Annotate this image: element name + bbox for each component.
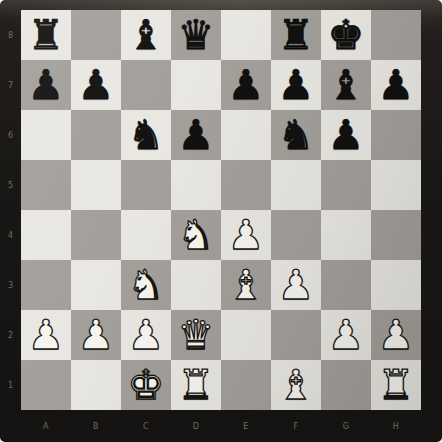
square-c6[interactable]: ♞ bbox=[121, 110, 171, 160]
square-e8[interactable] bbox=[221, 10, 271, 60]
square-a2[interactable]: ♟ bbox=[21, 310, 71, 360]
square-c4[interactable] bbox=[121, 210, 171, 260]
rank-label-4: 4 bbox=[0, 210, 21, 260]
black-rook: ♜ bbox=[21, 10, 71, 60]
black-bishop: ♝ bbox=[321, 60, 371, 110]
black-pawn: ♟ bbox=[271, 60, 321, 110]
file-label-d: D bbox=[171, 410, 221, 442]
square-f8[interactable]: ♜ bbox=[271, 10, 321, 60]
square-g5[interactable] bbox=[321, 160, 371, 210]
white-pawn: ♟ bbox=[21, 310, 71, 360]
rank-label-8: 8 bbox=[0, 10, 21, 60]
white-rook: ♜ bbox=[371, 360, 421, 410]
square-d3[interactable] bbox=[171, 260, 221, 310]
square-g8[interactable]: ♚ bbox=[321, 10, 371, 60]
square-e1[interactable] bbox=[221, 360, 271, 410]
square-e6[interactable] bbox=[221, 110, 271, 160]
square-d7[interactable] bbox=[171, 60, 221, 110]
black-knight: ♞ bbox=[271, 110, 321, 160]
file-label-h: H bbox=[371, 410, 421, 442]
square-a3[interactable] bbox=[21, 260, 71, 310]
square-g3[interactable] bbox=[321, 260, 371, 310]
square-e5[interactable] bbox=[221, 160, 271, 210]
chess-board: ♜♝♛♜♚♟♟♟♟♝♟♞♟♞♟♞♟♞♝♟♟♟♟♛♟♟♚♜♝♜ bbox=[21, 10, 421, 410]
white-pawn: ♟ bbox=[271, 260, 321, 310]
square-c2[interactable]: ♟ bbox=[121, 310, 171, 360]
white-pawn: ♟ bbox=[321, 310, 371, 360]
black-pawn: ♟ bbox=[171, 110, 221, 160]
square-b4[interactable] bbox=[71, 210, 121, 260]
square-b8[interactable] bbox=[71, 10, 121, 60]
black-pawn: ♟ bbox=[71, 60, 121, 110]
square-a4[interactable] bbox=[21, 210, 71, 260]
square-a8[interactable]: ♜ bbox=[21, 10, 71, 60]
square-h1[interactable]: ♜ bbox=[371, 360, 421, 410]
square-b5[interactable] bbox=[71, 160, 121, 210]
square-g6[interactable]: ♟ bbox=[321, 110, 371, 160]
square-h5[interactable] bbox=[371, 160, 421, 210]
square-d6[interactable]: ♟ bbox=[171, 110, 221, 160]
file-label-f: F bbox=[271, 410, 321, 442]
white-pawn: ♟ bbox=[221, 210, 271, 260]
square-f6[interactable]: ♞ bbox=[271, 110, 321, 160]
square-e4[interactable]: ♟ bbox=[221, 210, 271, 260]
square-f3[interactable]: ♟ bbox=[271, 260, 321, 310]
white-pawn: ♟ bbox=[371, 310, 421, 360]
square-c1[interactable]: ♚ bbox=[121, 360, 171, 410]
square-e2[interactable] bbox=[221, 310, 271, 360]
black-king: ♚ bbox=[321, 10, 371, 60]
square-c3[interactable]: ♞ bbox=[121, 260, 171, 310]
file-label-c: C bbox=[121, 410, 171, 442]
square-b6[interactable] bbox=[71, 110, 121, 160]
rank-labels: 87654321 bbox=[0, 10, 21, 410]
square-d8[interactable]: ♛ bbox=[171, 10, 221, 60]
square-c7[interactable] bbox=[121, 60, 171, 110]
square-g7[interactable]: ♝ bbox=[321, 60, 371, 110]
black-knight: ♞ bbox=[121, 110, 171, 160]
square-d1[interactable]: ♜ bbox=[171, 360, 221, 410]
white-knight: ♞ bbox=[121, 260, 171, 310]
square-b7[interactable]: ♟ bbox=[71, 60, 121, 110]
file-labels: ABCDEFGH bbox=[21, 410, 421, 442]
square-h6[interactable] bbox=[371, 110, 421, 160]
white-knight: ♞ bbox=[171, 210, 221, 260]
black-rook: ♜ bbox=[271, 10, 321, 60]
square-g4[interactable] bbox=[321, 210, 371, 260]
black-pawn: ♟ bbox=[321, 110, 371, 160]
black-pawn: ♟ bbox=[371, 60, 421, 110]
square-b1[interactable] bbox=[71, 360, 121, 410]
file-label-g: G bbox=[321, 410, 371, 442]
square-c8[interactable]: ♝ bbox=[121, 10, 171, 60]
file-label-b: B bbox=[71, 410, 121, 442]
white-king: ♚ bbox=[121, 360, 171, 410]
square-f5[interactable] bbox=[271, 160, 321, 210]
square-f1[interactable]: ♝ bbox=[271, 360, 321, 410]
square-h8[interactable] bbox=[371, 10, 421, 60]
white-bishop: ♝ bbox=[221, 260, 271, 310]
white-queen: ♛ bbox=[171, 310, 221, 360]
square-h7[interactable]: ♟ bbox=[371, 60, 421, 110]
black-pawn: ♟ bbox=[221, 60, 271, 110]
chess-board-frame: 87654321 ♜♝♛♜♚♟♟♟♟♝♟♞♟♞♟♞♟♞♝♟♟♟♟♛♟♟♚♜♝♜ … bbox=[0, 0, 442, 442]
square-a7[interactable]: ♟ bbox=[21, 60, 71, 110]
square-h2[interactable]: ♟ bbox=[371, 310, 421, 360]
square-g2[interactable]: ♟ bbox=[321, 310, 371, 360]
square-d2[interactable]: ♛ bbox=[171, 310, 221, 360]
square-e3[interactable]: ♝ bbox=[221, 260, 271, 310]
square-f4[interactable] bbox=[271, 210, 321, 260]
square-f2[interactable] bbox=[271, 310, 321, 360]
square-f7[interactable]: ♟ bbox=[271, 60, 321, 110]
white-rook: ♜ bbox=[171, 360, 221, 410]
white-pawn: ♟ bbox=[121, 310, 171, 360]
file-label-e: E bbox=[221, 410, 271, 442]
rank-label-1: 1 bbox=[0, 360, 21, 410]
rank-label-6: 6 bbox=[0, 110, 21, 160]
square-h3[interactable] bbox=[371, 260, 421, 310]
black-bishop: ♝ bbox=[121, 10, 171, 60]
rank-label-7: 7 bbox=[0, 60, 21, 110]
square-e7[interactable]: ♟ bbox=[221, 60, 271, 110]
square-a1[interactable] bbox=[21, 360, 71, 410]
rank-label-3: 3 bbox=[0, 260, 21, 310]
black-queen: ♛ bbox=[171, 10, 221, 60]
white-pawn: ♟ bbox=[71, 310, 121, 360]
square-c5[interactable] bbox=[121, 160, 171, 210]
square-h4[interactable] bbox=[371, 210, 421, 260]
rank-label-5: 5 bbox=[0, 160, 21, 210]
rank-label-2: 2 bbox=[0, 310, 21, 360]
square-a6[interactable] bbox=[21, 110, 71, 160]
white-bishop: ♝ bbox=[271, 360, 321, 410]
square-g1[interactable] bbox=[321, 360, 371, 410]
square-b3[interactable] bbox=[71, 260, 121, 310]
black-pawn: ♟ bbox=[21, 60, 71, 110]
square-d4[interactable]: ♞ bbox=[171, 210, 221, 260]
square-d5[interactable] bbox=[171, 160, 221, 210]
file-label-a: A bbox=[21, 410, 71, 442]
square-a5[interactable] bbox=[21, 160, 71, 210]
square-b2[interactable]: ♟ bbox=[71, 310, 121, 360]
